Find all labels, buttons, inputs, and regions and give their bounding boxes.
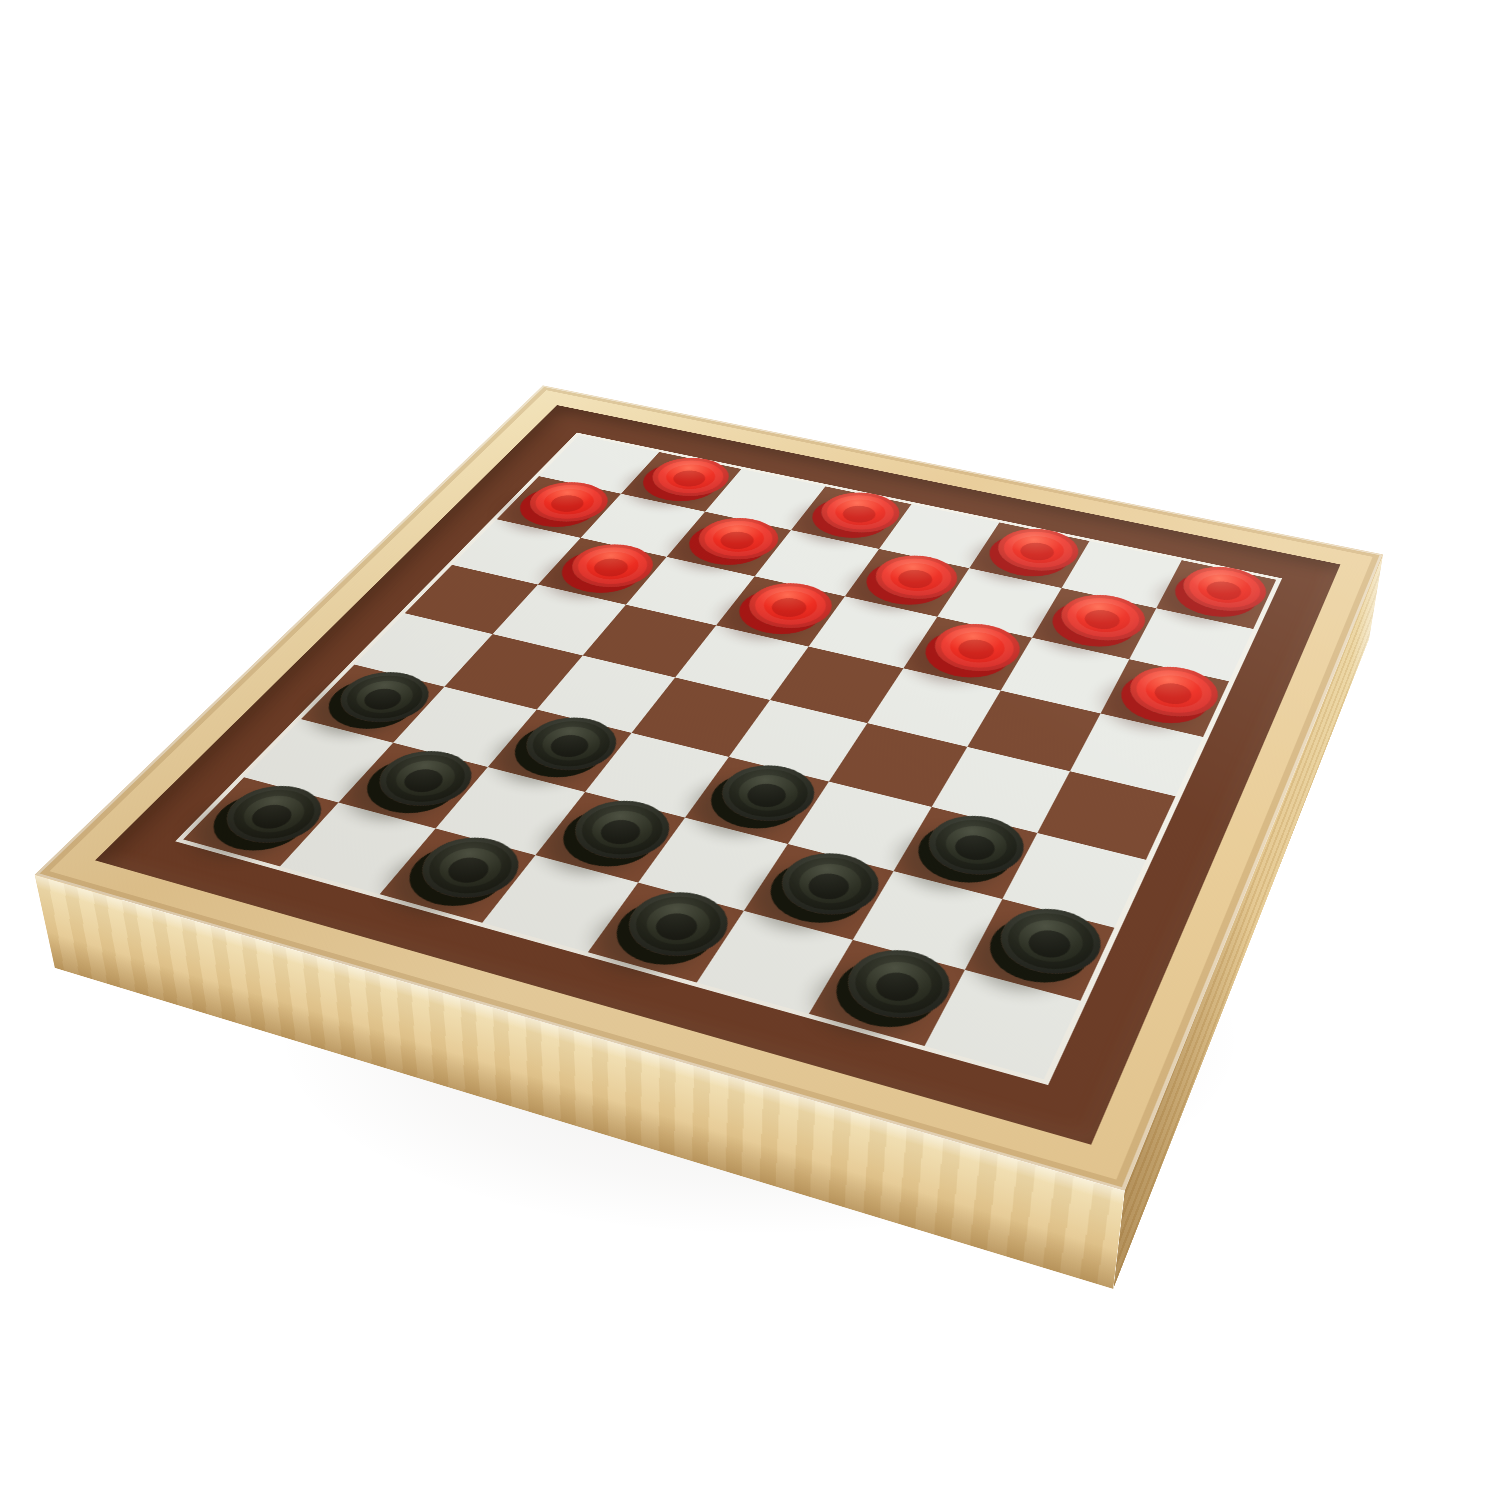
checker-glyph: ●	[1072, 593, 1134, 643]
checker-black[interactable]: ●	[209, 778, 339, 852]
checker-glyph: ●	[384, 748, 467, 809]
checker-black[interactable]: ●	[988, 899, 1113, 984]
square-r7c6[interactable]: ●	[744, 844, 894, 940]
square-r5c8[interactable]	[1037, 771, 1175, 860]
checker-glyph: ●	[1013, 906, 1088, 978]
checker-glyph: ●	[532, 715, 610, 773]
checker-black[interactable]: ●	[767, 844, 892, 924]
checker-glyph: ●	[1195, 565, 1253, 614]
checker-black[interactable]: ●	[916, 807, 1036, 884]
checker-glyph: ●	[1142, 664, 1205, 719]
checker-black[interactable]: ●	[833, 940, 963, 1028]
checker-glyph: ●	[944, 622, 1010, 674]
checker-glyph: ●	[730, 762, 806, 824]
checker-glyph: ●	[884, 553, 948, 601]
checker-glyph: ●	[658, 456, 722, 498]
square-r7c8[interactable]: ●	[965, 899, 1115, 1001]
checker-black[interactable]: ●	[405, 829, 535, 908]
product-photo-stage: ●●●●●●●●●●●●●●●●●●●●●●●●	[0, 0, 1512, 1512]
checker-glyph: ●	[705, 516, 771, 562]
square-r6c5[interactable]: ●	[685, 757, 829, 844]
checker-glyph: ●	[939, 813, 1012, 878]
checker-glyph: ●	[636, 889, 719, 960]
checker-black[interactable]: ●	[559, 792, 684, 868]
square-r7c7[interactable]	[853, 871, 1003, 970]
square-r7c4[interactable]: ●	[535, 792, 685, 883]
board-3d-scene: ●●●●●●●●●●●●●●●●●●●●●●●●	[0, 0, 1512, 1512]
checker-glyph: ●	[829, 490, 892, 534]
checker-glyph: ●	[756, 581, 824, 631]
square-r6c6[interactable]	[788, 782, 932, 872]
square-r7c1[interactable]	[244, 719, 393, 802]
checker-glyph: ●	[581, 798, 662, 862]
square-r6c4[interactable]	[585, 733, 729, 818]
square-r4c8[interactable]	[1070, 713, 1203, 796]
square-r5c6[interactable]	[829, 723, 967, 807]
square-r6c7[interactable]: ●	[894, 807, 1038, 899]
checker-black[interactable]: ●	[363, 743, 488, 814]
square-r7c2[interactable]: ●	[338, 743, 487, 829]
wooden-box-tray: ●●●●●●●●●●●●●●●●●●●●●●●●	[35, 385, 1383, 1191]
square-r8c6[interactable]	[697, 911, 853, 1014]
square-r8c8[interactable]	[925, 970, 1081, 1079]
checker-glyph: ●	[535, 480, 603, 524]
square-r8c1[interactable]: ●	[183, 777, 338, 866]
checker-black[interactable]: ●	[613, 883, 743, 966]
checker-glyph: ●	[791, 850, 869, 918]
square-r8c5[interactable]: ●	[588, 883, 744, 983]
square-r6c8[interactable]	[1002, 833, 1146, 928]
square-r7c3[interactable]	[436, 767, 586, 855]
square-r8c4[interactable]	[482, 855, 638, 952]
checker-glyph: ●	[858, 947, 938, 1022]
square-r8c2[interactable]	[280, 803, 436, 895]
square-r8c3[interactable]: ●	[380, 828, 536, 922]
square-r6c3[interactable]: ●	[488, 710, 632, 792]
square-r5c7[interactable]	[932, 747, 1070, 833]
checker-black[interactable]: ●	[708, 757, 828, 830]
square-r8c7[interactable]: ●	[809, 940, 965, 1046]
checker-glyph: ●	[1008, 527, 1069, 573]
square-r4c7[interactable]	[967, 691, 1100, 772]
square-r5c5[interactable]	[729, 700, 867, 782]
checker-black[interactable]: ●	[511, 710, 631, 779]
checker-glyph: ●	[344, 670, 424, 725]
checker-glyph: ●	[577, 542, 647, 589]
checker-red[interactable]: ●	[1174, 560, 1274, 617]
checker-glyph: ●	[427, 834, 513, 901]
checker-glyph: ●	[230, 783, 318, 846]
square-r7c5[interactable]	[638, 818, 788, 911]
